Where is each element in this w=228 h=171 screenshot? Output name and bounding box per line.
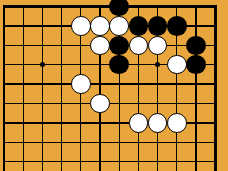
white-stone [167, 55, 187, 75]
white-stone [90, 36, 110, 56]
white-stone [71, 74, 91, 94]
star-point [155, 62, 160, 67]
black-stone [167, 16, 187, 36]
white-stone [129, 36, 149, 56]
grid-line-vertical [3, 5, 5, 171]
black-stone [186, 36, 206, 56]
black-stone [148, 16, 168, 36]
white-stone [129, 113, 149, 133]
grid-line-vertical [42, 5, 43, 171]
grid-line-vertical [195, 5, 196, 171]
grid-line-horizontal [3, 161, 217, 162]
grid-line-vertical [214, 5, 217, 171]
white-stone [148, 36, 168, 56]
white-stone [90, 94, 110, 114]
star-point [40, 62, 45, 67]
grid-line-horizontal [3, 103, 217, 104]
white-stone [71, 16, 91, 36]
grid-line-vertical [23, 5, 24, 171]
black-stone [109, 55, 129, 75]
black-stone [109, 0, 129, 16]
grid-line-horizontal [3, 83, 217, 84]
black-stone [129, 16, 149, 36]
black-stone [186, 55, 206, 75]
grid-line-horizontal [3, 142, 217, 143]
go-board[interactable] [0, 0, 228, 171]
white-stone [167, 113, 187, 133]
white-stone [109, 16, 129, 36]
go-diagram [0, 0, 228, 171]
black-stone [109, 36, 129, 56]
white-stone [90, 16, 110, 36]
white-stone [148, 113, 168, 133]
grid-line-vertical [61, 5, 62, 171]
